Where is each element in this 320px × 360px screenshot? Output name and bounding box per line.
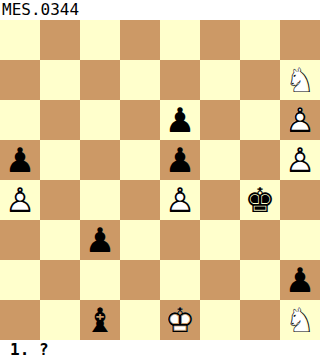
square-g2[interactable] bbox=[240, 260, 280, 300]
square-d3[interactable] bbox=[120, 220, 160, 260]
piece-black-bishop-c1[interactable]: ♝ bbox=[80, 300, 120, 340]
square-d7[interactable] bbox=[120, 60, 160, 100]
piece-black-pawn-e6[interactable]: ♟ bbox=[160, 100, 200, 140]
square-f2[interactable] bbox=[200, 260, 240, 300]
white-pawn-glyph-outline: ♙ bbox=[160, 180, 200, 220]
square-h2[interactable]: ♟ bbox=[280, 260, 320, 300]
square-c7[interactable] bbox=[80, 60, 120, 100]
square-h6[interactable]: ♟♙ bbox=[280, 100, 320, 140]
piece-black-pawn-h2[interactable]: ♟ bbox=[280, 260, 320, 300]
square-h8[interactable] bbox=[280, 20, 320, 60]
square-g5[interactable] bbox=[240, 140, 280, 180]
square-h4[interactable] bbox=[280, 180, 320, 220]
piece-black-pawn-c3[interactable]: ♟ bbox=[80, 220, 120, 260]
square-a5[interactable]: ♟ bbox=[0, 140, 40, 180]
square-b5[interactable] bbox=[40, 140, 80, 180]
square-f5[interactable] bbox=[200, 140, 240, 180]
puzzle-id-label: MES.0344 bbox=[0, 0, 320, 20]
square-g3[interactable] bbox=[240, 220, 280, 260]
square-e6[interactable]: ♟ bbox=[160, 100, 200, 140]
square-c5[interactable] bbox=[80, 140, 120, 180]
square-e3[interactable] bbox=[160, 220, 200, 260]
square-c1[interactable]: ♝ bbox=[80, 300, 120, 340]
square-f7[interactable] bbox=[200, 60, 240, 100]
chess-puzzle-diagram: MES.0344 ♞♘♟♟♙♟♟♟♙♟♙♟♙♚♟♟♝♚♔♞♘ 1. ? bbox=[0, 0, 320, 360]
square-e5[interactable]: ♟ bbox=[160, 140, 200, 180]
square-f4[interactable] bbox=[200, 180, 240, 220]
square-g1[interactable] bbox=[240, 300, 280, 340]
square-c3[interactable]: ♟ bbox=[80, 220, 120, 260]
piece-white-pawn-e4[interactable]: ♟♙ bbox=[160, 180, 200, 220]
chess-board: ♞♘♟♟♙♟♟♟♙♟♙♟♙♚♟♟♝♚♔♞♘ bbox=[0, 20, 320, 340]
square-b3[interactable] bbox=[40, 220, 80, 260]
piece-black-pawn-e5[interactable]: ♟ bbox=[160, 140, 200, 180]
piece-white-pawn-a4[interactable]: ♟♙ bbox=[0, 180, 40, 220]
square-a3[interactable] bbox=[0, 220, 40, 260]
square-g6[interactable] bbox=[240, 100, 280, 140]
square-d5[interactable] bbox=[120, 140, 160, 180]
white-king-glyph-outline: ♔ bbox=[160, 300, 200, 340]
square-d8[interactable] bbox=[120, 20, 160, 60]
white-knight-glyph-outline: ♘ bbox=[280, 60, 320, 100]
square-h1[interactable]: ♞♘ bbox=[280, 300, 320, 340]
square-b1[interactable] bbox=[40, 300, 80, 340]
square-a2[interactable] bbox=[0, 260, 40, 300]
square-b4[interactable] bbox=[40, 180, 80, 220]
square-a1[interactable] bbox=[0, 300, 40, 340]
square-f6[interactable] bbox=[200, 100, 240, 140]
square-b7[interactable] bbox=[40, 60, 80, 100]
square-d6[interactable] bbox=[120, 100, 160, 140]
piece-white-pawn-h5[interactable]: ♟♙ bbox=[280, 140, 320, 180]
square-g4[interactable]: ♚ bbox=[240, 180, 280, 220]
square-c6[interactable] bbox=[80, 100, 120, 140]
piece-white-pawn-h6[interactable]: ♟♙ bbox=[280, 100, 320, 140]
square-h5[interactable]: ♟♙ bbox=[280, 140, 320, 180]
black-pawn-glyph: ♟ bbox=[280, 260, 320, 300]
piece-white-king-e1[interactable]: ♚♔ bbox=[160, 300, 200, 340]
black-bishop-glyph: ♝ bbox=[80, 300, 120, 340]
square-d2[interactable] bbox=[120, 260, 160, 300]
square-a6[interactable] bbox=[0, 100, 40, 140]
black-king-glyph: ♚ bbox=[240, 180, 280, 220]
white-pawn-glyph-outline: ♙ bbox=[280, 140, 320, 180]
square-e8[interactable] bbox=[160, 20, 200, 60]
square-h7[interactable]: ♞♘ bbox=[280, 60, 320, 100]
square-a7[interactable] bbox=[0, 60, 40, 100]
square-b2[interactable] bbox=[40, 260, 80, 300]
square-e4[interactable]: ♟♙ bbox=[160, 180, 200, 220]
square-f1[interactable] bbox=[200, 300, 240, 340]
piece-black-pawn-a5[interactable]: ♟ bbox=[0, 140, 40, 180]
square-a4[interactable]: ♟♙ bbox=[0, 180, 40, 220]
white-knight-glyph-outline: ♘ bbox=[280, 300, 320, 340]
piece-white-knight-h1[interactable]: ♞♘ bbox=[280, 300, 320, 340]
square-c2[interactable] bbox=[80, 260, 120, 300]
square-f8[interactable] bbox=[200, 20, 240, 60]
black-pawn-glyph: ♟ bbox=[0, 140, 40, 180]
piece-white-knight-h7[interactable]: ♞♘ bbox=[280, 60, 320, 100]
square-d1[interactable] bbox=[120, 300, 160, 340]
square-c8[interactable] bbox=[80, 20, 120, 60]
square-c4[interactable] bbox=[80, 180, 120, 220]
square-e7[interactable] bbox=[160, 60, 200, 100]
square-e2[interactable] bbox=[160, 260, 200, 300]
square-b6[interactable] bbox=[40, 100, 80, 140]
black-pawn-glyph: ♟ bbox=[160, 140, 200, 180]
square-a8[interactable] bbox=[0, 20, 40, 60]
square-d4[interactable] bbox=[120, 180, 160, 220]
square-b8[interactable] bbox=[40, 20, 80, 60]
square-f3[interactable] bbox=[200, 220, 240, 260]
black-pawn-glyph: ♟ bbox=[160, 100, 200, 140]
black-pawn-glyph: ♟ bbox=[80, 220, 120, 260]
square-g8[interactable] bbox=[240, 20, 280, 60]
square-e1[interactable]: ♚♔ bbox=[160, 300, 200, 340]
white-pawn-glyph-outline: ♙ bbox=[280, 100, 320, 140]
square-h3[interactable] bbox=[280, 220, 320, 260]
square-g7[interactable] bbox=[240, 60, 280, 100]
white-pawn-glyph-outline: ♙ bbox=[0, 180, 40, 220]
piece-black-king-g4[interactable]: ♚ bbox=[240, 180, 280, 220]
move-prompt-label: 1. ? bbox=[0, 340, 320, 360]
